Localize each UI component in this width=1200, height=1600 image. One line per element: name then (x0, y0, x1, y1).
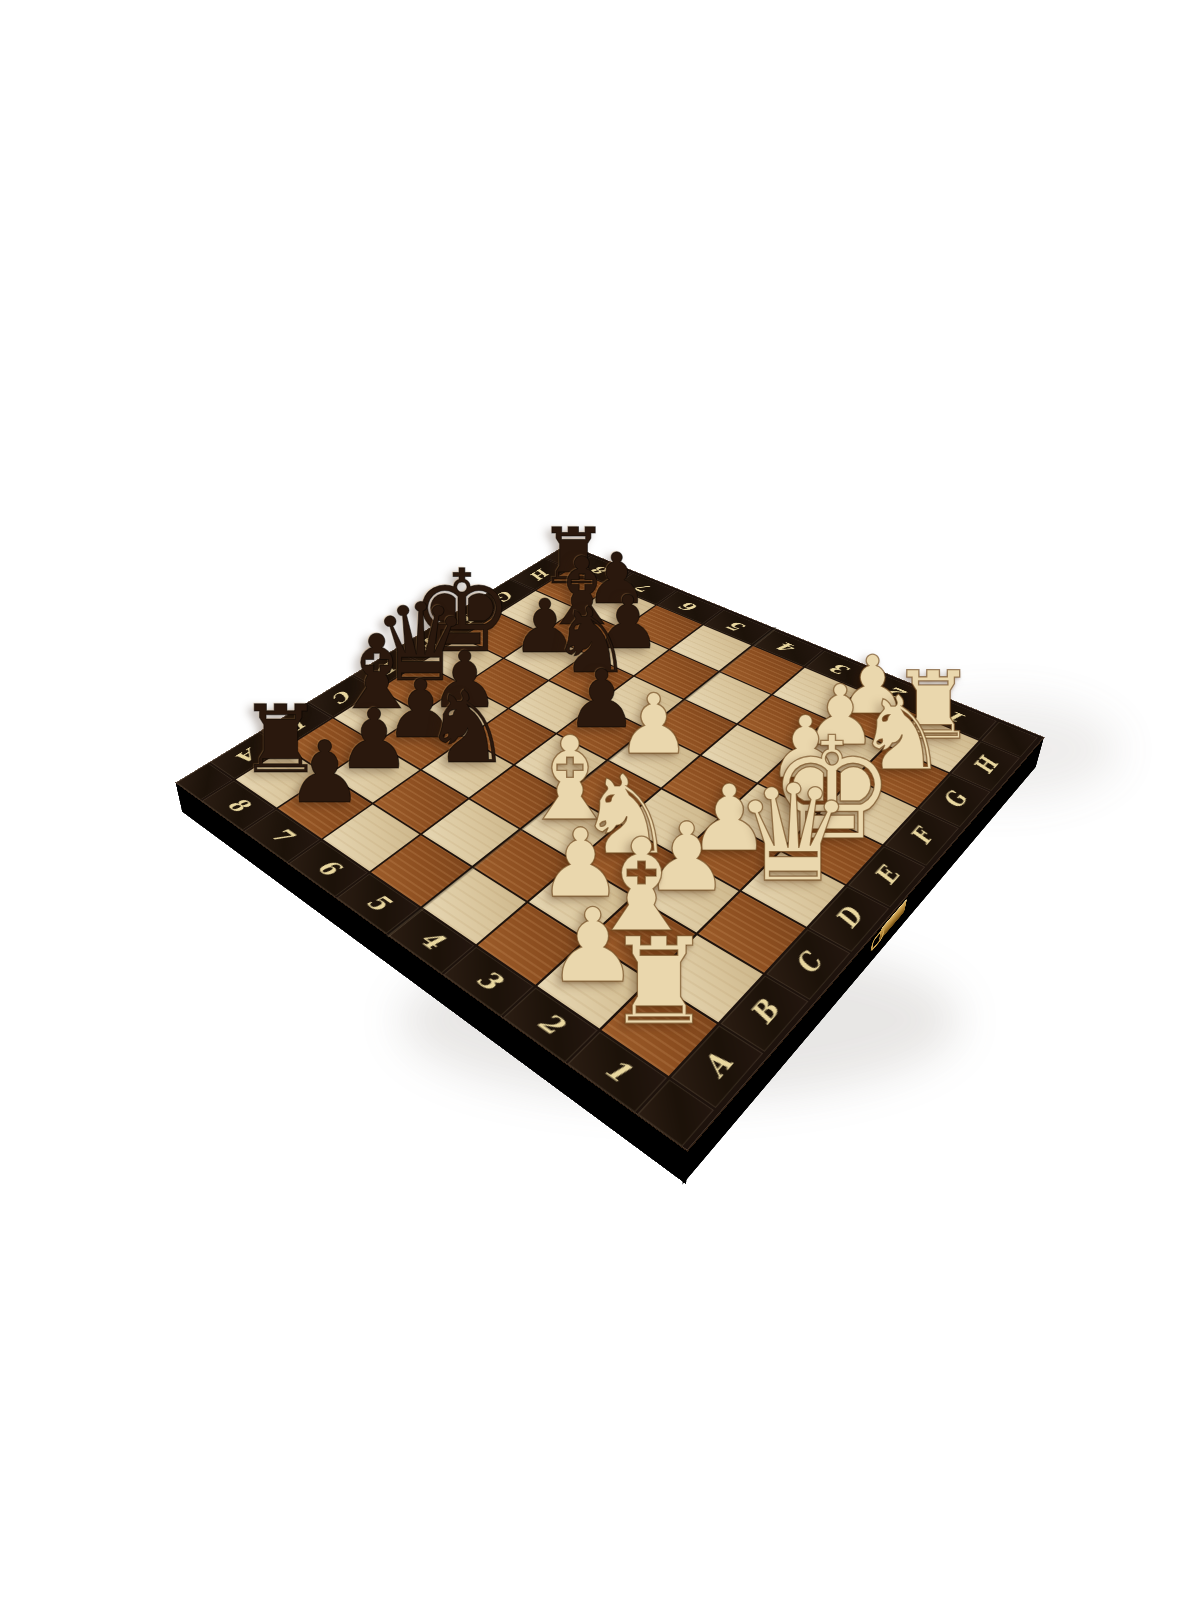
coordinate-label: F (905, 826, 939, 848)
coordinate-label: D (830, 905, 868, 933)
coordinate-label: D (372, 661, 400, 677)
product-photo: ABCDEFGH8877665544332211ABCDEFGH ♜♛♚♞♜♟♝… (0, 0, 1200, 1600)
coordinate-label: 1 (598, 1055, 635, 1087)
coordinate-label: 1 (945, 709, 971, 726)
coordinate-label: 7 (266, 825, 297, 846)
coordinate-label: 8 (590, 565, 613, 577)
coordinate-label: 4 (776, 640, 801, 655)
board-tilt-wrap: ABCDEFGH8877665544332211ABCDEFGH (0, 0, 1200, 1600)
coordinate-label: B (745, 997, 785, 1029)
coordinate-label: H (969, 755, 1003, 777)
coordinate-label: C (329, 688, 357, 705)
coordinate-label: 6 (312, 857, 344, 880)
fold-seam-side (178, 795, 688, 1169)
coordinate-label: 3 (471, 967, 506, 995)
coordinate-label: 3 (829, 662, 854, 678)
coordinate-label: 2 (885, 685, 911, 701)
coordinate-label: H (527, 567, 554, 581)
coordinate-label: G (938, 789, 972, 811)
coordinate-label: 7 (633, 582, 656, 595)
coordinate-label: 4 (414, 927, 448, 953)
coordinate-label: A (697, 1049, 738, 1082)
coordinate-label: G (491, 589, 517, 603)
chess-board: ABCDEFGH8877665544332211ABCDEFGH (176, 544, 1043, 1150)
board-3d-scene: ABCDEFGH8877665544332211ABCDEFGH (0, 0, 1200, 1600)
coordinate-label: B (282, 716, 311, 734)
coordinate-label: 2 (532, 1009, 568, 1039)
coordinate-label: 5 (726, 620, 750, 634)
coordinate-label: C (790, 950, 828, 979)
coordinate-label: F (455, 612, 480, 625)
coordinate-label: 6 (678, 600, 702, 613)
coordinate-label: E (415, 636, 441, 650)
coordinate-label: 8 (223, 795, 253, 815)
coordinate-label: E (869, 864, 904, 888)
coordinate-label: 5 (361, 891, 394, 915)
coordinate-label: A (233, 746, 262, 765)
